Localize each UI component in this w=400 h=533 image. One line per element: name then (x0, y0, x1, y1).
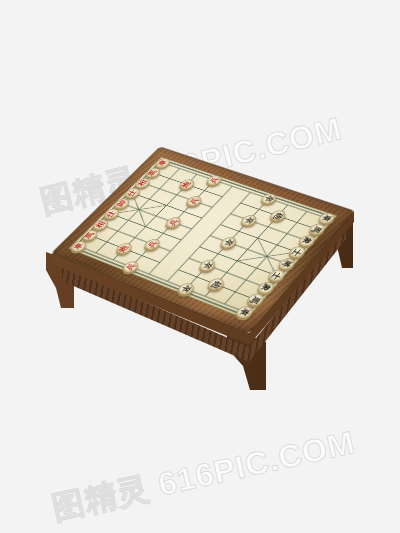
piece-glyph: 卒 (263, 195, 275, 203)
watermark-bottom: 图精灵 616PIC.COM (48, 421, 359, 531)
piece-glyph: 仕 (126, 189, 138, 197)
piece-glyph: 馬 (249, 295, 262, 305)
piece-glyph: 兵 (188, 197, 200, 205)
piece-glyph: 象 (259, 283, 272, 292)
piece-glyph: 卒 (201, 261, 214, 270)
piece-glyph: 炮 (118, 244, 131, 253)
piece-glyph: 卒 (243, 216, 256, 224)
stock-photo-canvas: 图精灵 616PIC.COM 图精灵 616PIC.COM 車馬象士將士象馬車砲… (0, 0, 400, 533)
piece-glyph: 馬 (84, 231, 96, 239)
piece-glyph: 炮 (181, 181, 193, 189)
piece-glyph: 車 (320, 214, 333, 223)
piece-glyph: 馬 (147, 169, 159, 177)
piece-glyph: 砲 (209, 280, 222, 289)
piece-glyph: 士 (290, 248, 303, 257)
piece-glyph: 兵 (125, 262, 138, 271)
piece-glyph: 將 (280, 259, 293, 268)
piece-glyph: 卒 (180, 284, 193, 293)
piece-glyph: 相 (94, 220, 106, 228)
piece-glyph: 馬 (310, 225, 323, 234)
piece-glyph: 兵 (168, 218, 180, 226)
piece-glyph: 車 (73, 242, 85, 250)
piece-glyph: 士 (270, 271, 283, 280)
piece-glyph: 車 (157, 159, 169, 167)
piece-glyph: 相 (137, 179, 149, 187)
piece-glyph: 砲 (272, 212, 285, 220)
piece-glyph: 兵 (208, 176, 220, 184)
piece-glyph: 車 (238, 307, 251, 317)
piece-glyph: 帥 (116, 199, 128, 207)
piece-glyph: 兵 (146, 240, 159, 249)
piece-glyph: 象 (300, 236, 313, 245)
piece-glyph: 仕 (105, 210, 117, 218)
piece-glyph: 卒 (222, 238, 235, 247)
